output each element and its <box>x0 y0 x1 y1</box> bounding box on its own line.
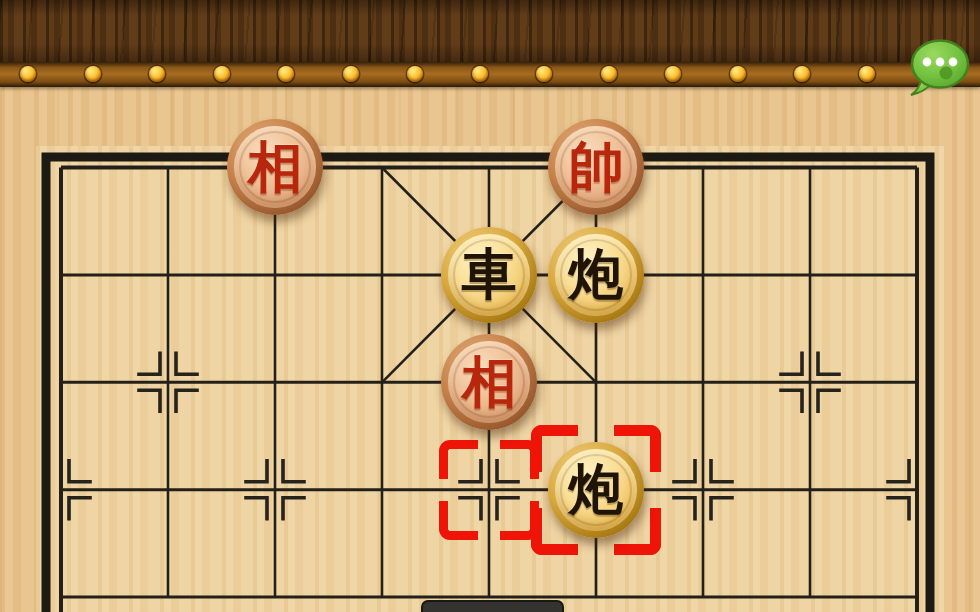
chat-dot-3 <box>949 58 958 67</box>
piece-character: 相 <box>248 140 303 195</box>
bottom-panel-edge <box>421 600 564 612</box>
bracket-corner <box>439 440 478 479</box>
piece-face: 炮 <box>555 234 637 316</box>
board-cell: 車 <box>436 221 543 328</box>
board-cell: 炮 <box>543 221 650 328</box>
board-grid[interactable]: 相帥車炮相炮 <box>8 114 971 612</box>
piece-character: 車 <box>462 247 517 302</box>
piece-black-cannon[interactable]: 炮 <box>548 442 644 538</box>
piece-face: 炮 <box>555 449 637 531</box>
piece-face: 相 <box>448 341 530 423</box>
chat-bubble-icon[interactable] <box>906 36 972 100</box>
piece-character: 炮 <box>569 462 624 517</box>
piece-face: 車 <box>448 234 530 316</box>
piece-red-elephant[interactable]: 相 <box>227 119 323 215</box>
bracket-corner <box>439 501 478 540</box>
board-cell: 相 <box>436 329 543 436</box>
piece-character: 相 <box>462 355 517 410</box>
piece-black-cannon[interactable]: 炮 <box>548 227 644 323</box>
game-screen: 相帥車炮相炮 <box>0 0 980 612</box>
board-cell: 相 <box>222 114 329 221</box>
board-cell: 帥 <box>543 114 650 221</box>
piece-black-chariot[interactable]: 車 <box>441 227 537 323</box>
piece-character: 炮 <box>569 247 624 302</box>
piece-face: 相 <box>234 126 316 208</box>
chat-dot-2 <box>936 58 945 67</box>
chat-mouth <box>940 67 953 80</box>
chat-dot-1 <box>923 58 932 67</box>
piece-red-general[interactable]: 帥 <box>548 119 644 215</box>
piece-red-elephant[interactable]: 相 <box>441 334 537 430</box>
board-cell <box>436 436 543 543</box>
piece-face: 帥 <box>555 126 637 208</box>
last-move-from-marker <box>439 440 539 540</box>
piece-character: 帥 <box>569 140 624 195</box>
